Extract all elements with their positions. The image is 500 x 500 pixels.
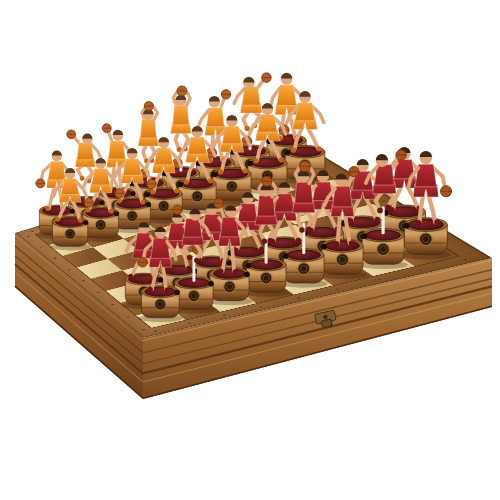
brass-pin-icon <box>289 152 293 154</box>
brass-pin-icon <box>126 316 130 318</box>
brass-pin-icon <box>259 306 263 308</box>
brass-pin-icon <box>31 231 34 232</box>
brass-pin-icon <box>184 184 188 186</box>
brass-pin-icon <box>222 314 226 316</box>
brass-pin-icon <box>187 322 191 324</box>
brass-pin-icon <box>321 164 325 166</box>
brass-pin-icon <box>423 226 428 228</box>
brass-pin-icon <box>27 235 30 236</box>
brass-pin-icon <box>120 204 124 206</box>
brass-pin-icon <box>218 174 222 176</box>
brass-pin-icon <box>360 188 365 190</box>
brass-pin-icon <box>151 194 155 196</box>
brass-pin-icon <box>253 163 257 165</box>
brass-pin-icon <box>142 329 146 331</box>
brass-pin-icon <box>296 297 300 299</box>
brass-pin-icon <box>401 213 406 215</box>
brass-pin-icon <box>444 239 449 241</box>
brass-pin-icon <box>89 213 92 215</box>
brass-pin-icon <box>467 253 472 255</box>
brass-pin-icon <box>111 304 115 306</box>
brass-pin-icon <box>303 152 307 154</box>
brass-pin-icon <box>418 269 423 271</box>
brass-pin-icon <box>67 269 70 270</box>
brass-pin-icon <box>96 292 99 294</box>
brass-pin-icon <box>59 222 62 223</box>
brass-pin-icon <box>461 259 466 261</box>
brass-pin-icon <box>82 280 85 282</box>
brass-pin-icon <box>381 200 386 202</box>
brass-pin-icon <box>335 288 340 290</box>
brass-pin-icon <box>40 246 43 247</box>
brass-pin-icon <box>154 330 158 332</box>
brass-pin-icon <box>376 279 381 281</box>
brass-pin-icon <box>54 257 57 258</box>
brass-pin-icon <box>341 176 345 178</box>
chess-set-photo: Basketball players themed chess set <box>0 0 500 500</box>
